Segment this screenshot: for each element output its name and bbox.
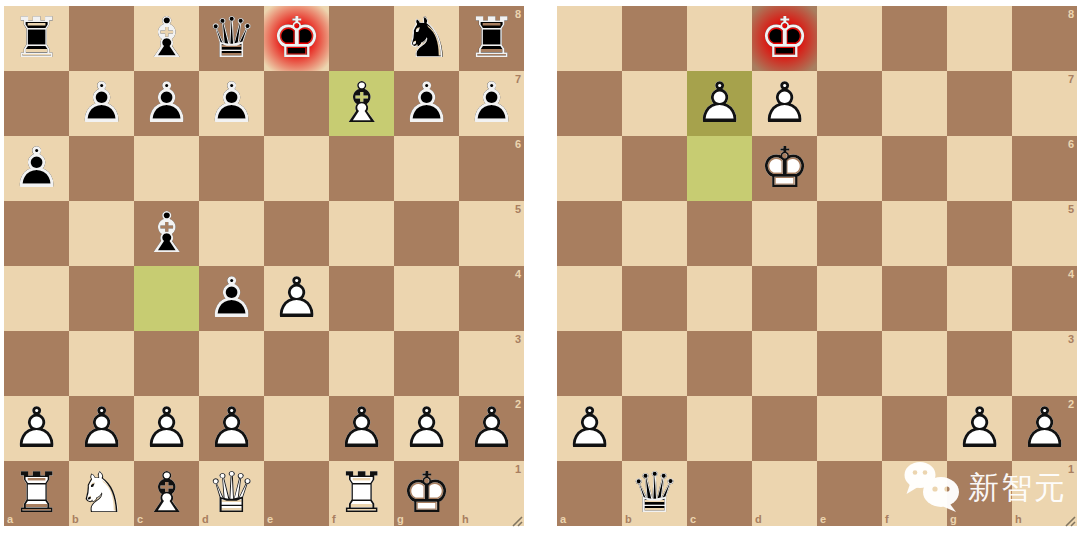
piece-white-pawn[interactable]: ♟♙ [329,396,394,461]
square-e2[interactable] [264,396,329,461]
piece-outline: ♙ [394,396,459,461]
square-a1[interactable]: a [557,461,622,526]
square-b1[interactable]: ♞♘b [69,461,134,526]
square-e6[interactable] [817,136,882,201]
square-h8[interactable]: 8 [1012,6,1077,71]
piece-black-king[interactable]: ♚♔ [264,6,329,71]
coord-rank-3: 3 [1068,333,1074,345]
piece-white-pawn[interactable]: ♟♙ [264,266,329,331]
piece-outline: ♙ [4,136,69,201]
square-f1[interactable]: ♜♖f [329,461,394,526]
coord-file-b: b [625,513,632,525]
square-c8[interactable]: ♝♗ [134,6,199,71]
square-c2[interactable] [687,396,752,461]
piece-outline: ♗ [134,6,199,71]
square-b8[interactable] [69,6,134,71]
square-b7[interactable] [622,71,687,136]
square-e4[interactable]: ♟♙ [264,266,329,331]
square-b5[interactable] [622,201,687,266]
piece-outline: ♙ [394,71,459,136]
square-d2[interactable]: ♟♙ [199,396,264,461]
square-b7[interactable]: ♟♙ [69,71,134,136]
square-b6[interactable] [69,136,134,201]
piece-white-pawn[interactable]: ♟♙ [69,396,134,461]
square-f7[interactable] [882,71,947,136]
square-f5[interactable] [882,201,947,266]
piece-white-pawn[interactable]: ♟♙ [394,396,459,461]
square-c1[interactable]: c [687,461,752,526]
coord-file-e: e [267,513,273,525]
square-e1[interactable]: e [817,461,882,526]
square-g2[interactable]: ♟♙ [394,396,459,461]
piece-black-bishop[interactable]: ♝♗ [134,6,199,71]
square-h2[interactable]: ♟♙2 [459,396,524,461]
square-a8[interactable] [557,6,622,71]
square-g2[interactable]: ♟♙ [947,396,1012,461]
piece-outline: ♙ [134,71,199,136]
square-b2[interactable] [622,396,687,461]
square-e7[interactable] [264,71,329,136]
square-a2[interactable]: ♟♙ [4,396,69,461]
square-b3[interactable] [622,331,687,396]
square-a3[interactable] [4,331,69,396]
chess-board-right: ♚♔8♟♙♟♙7♚♔6543♟♙♟♙♟♙2a♛♕bcdefg1h [557,6,1077,526]
square-f2[interactable] [882,396,947,461]
watermark-text: 新智元 [968,472,1067,503]
square-a4[interactable] [4,266,69,331]
square-g7[interactable] [947,71,1012,136]
coord-file-c: c [690,513,696,525]
square-c6[interactable] [134,136,199,201]
piece-outline: ♙ [69,71,134,136]
square-g3[interactable] [947,331,1012,396]
square-g6[interactable] [394,136,459,201]
coord-rank-8: 8 [515,8,521,20]
square-d5[interactable] [199,201,264,266]
coord-file-e: e [820,513,826,525]
piece-outline: ♗ [134,201,199,266]
piece-black-pawn[interactable]: ♟♙ [394,71,459,136]
chess-board-left: ♜♖♝♗♛♕♚♔♞♘♜♖8♟♙♟♙♟♙♝♗♟♙♟♙7♟♙6♝♗5♟♙♟♙43♟♙… [4,6,524,526]
square-c5[interactable] [687,201,752,266]
square-b4[interactable] [69,266,134,331]
square-c1[interactable]: ♝♗c [134,461,199,526]
square-a8[interactable]: ♜♖ [4,6,69,71]
piece-outline: ♙ [69,396,134,461]
piece-outline: ♕ [199,461,264,526]
square-h5[interactable]: 5 [459,201,524,266]
piece-outline: ♔ [752,6,817,71]
coord-file-g: g [950,513,957,525]
piece-white-pawn[interactable]: ♟♙ [199,396,264,461]
square-h2[interactable]: ♟♙2 [1012,396,1077,461]
piece-white-king[interactable]: ♚♔ [752,136,817,201]
square-a1[interactable]: ♜♖a [4,461,69,526]
square-b2[interactable]: ♟♙ [69,396,134,461]
coord-rank-5: 5 [1068,203,1074,215]
piece-black-bishop[interactable]: ♝♗ [134,201,199,266]
piece-black-pawn[interactable]: ♟♙ [69,71,134,136]
piece-white-king[interactable]: ♚♔ [394,461,459,526]
square-g1[interactable]: ♚♔g [394,461,459,526]
watermark: 新智元 [903,461,1067,513]
coord-rank-2: 2 [1068,398,1074,410]
coord-rank-1: 1 [515,463,521,475]
piece-outline: ♗ [329,71,394,136]
square-g5[interactable] [394,201,459,266]
piece-outline: ♙ [687,71,752,136]
square-d6[interactable]: ♚♔ [752,136,817,201]
square-h3[interactable]: 3 [459,331,524,396]
square-a7[interactable] [557,71,622,136]
square-f3[interactable] [329,331,394,396]
square-c4[interactable] [687,266,752,331]
square-d2[interactable] [752,396,817,461]
piece-black-knight[interactable]: ♞♘ [394,6,459,71]
coord-file-h: h [462,513,469,525]
coord-file-g: g [397,513,404,525]
square-h3[interactable]: 3 [1012,331,1077,396]
square-g4[interactable] [947,266,1012,331]
piece-outline: ♙ [329,396,394,461]
square-h4[interactable]: 4 [459,266,524,331]
square-h4[interactable]: 4 [1012,266,1077,331]
coord-rank-3: 3 [515,333,521,345]
square-g8[interactable] [947,6,1012,71]
square-d4[interactable] [752,266,817,331]
board-resize-handle[interactable] [511,513,523,525]
square-a7[interactable] [4,71,69,136]
piece-white-rook[interactable]: ♜♖ [329,461,394,526]
square-a4[interactable] [557,266,622,331]
coord-file-f: f [885,513,889,525]
square-g3[interactable] [394,331,459,396]
board-resize-handle[interactable] [1064,513,1076,525]
square-a3[interactable] [557,331,622,396]
square-d8[interactable]: ♚♔ [752,6,817,71]
square-e5[interactable] [817,201,882,266]
piece-white-bishop[interactable]: ♝♗ [329,71,394,136]
square-b3[interactable] [69,331,134,396]
square-h5[interactable]: 5 [1012,201,1077,266]
piece-outline: ♙ [264,266,329,331]
square-f8[interactable] [329,6,394,71]
piece-outline: ♖ [4,6,69,71]
coord-file-d: d [202,513,209,525]
square-f7[interactable]: ♝♗ [329,71,394,136]
piece-outline: ♖ [329,461,394,526]
piece-outline: ♙ [199,71,264,136]
coord-rank-2: 2 [515,398,521,410]
coord-file-f: f [332,513,336,525]
piece-outline: ♙ [199,396,264,461]
square-h1[interactable]: 1h [459,461,524,526]
coord-rank-7: 7 [515,73,521,85]
piece-outline: ♙ [4,396,69,461]
square-g5[interactable] [947,201,1012,266]
square-a5[interactable] [557,201,622,266]
coord-file-b: b [72,513,79,525]
square-c3[interactable] [687,331,752,396]
square-c4[interactable] [134,266,199,331]
piece-outline: ♔ [752,136,817,201]
piece-black-king[interactable]: ♚♔ [752,6,817,71]
square-c2[interactable]: ♟♙ [134,396,199,461]
square-d6[interactable] [199,136,264,201]
square-e2[interactable] [817,396,882,461]
piece-white-pawn[interactable]: ♟♙ [4,396,69,461]
coord-rank-8: 8 [1068,8,1074,20]
square-a6[interactable]: ♟♙ [4,136,69,201]
piece-black-pawn[interactable]: ♟♙ [4,136,69,201]
coord-rank-5: 5 [515,203,521,215]
square-f8[interactable] [882,6,947,71]
square-g4[interactable] [394,266,459,331]
square-a5[interactable] [4,201,69,266]
coord-file-a: a [560,513,566,525]
square-c5[interactable]: ♝♗ [134,201,199,266]
square-c8[interactable] [687,6,752,71]
coord-file-d: d [755,513,762,525]
square-d4[interactable]: ♟♙ [199,266,264,331]
square-c7[interactable]: ♟♙ [134,71,199,136]
square-b5[interactable] [69,201,134,266]
piece-white-pawn[interactable]: ♟♙ [947,396,1012,461]
square-e8[interactable]: ♚♔ [264,6,329,71]
square-h8[interactable]: ♜♖8 [459,6,524,71]
square-f6[interactable] [329,136,394,201]
square-e1[interactable]: e [264,461,329,526]
square-f6[interactable] [882,136,947,201]
square-e3[interactable] [817,331,882,396]
square-f4[interactable] [329,266,394,331]
square-g7[interactable]: ♟♙ [394,71,459,136]
piece-black-pawn[interactable]: ♟♙ [199,266,264,331]
square-e7[interactable] [817,71,882,136]
coord-rank-4: 4 [1068,268,1074,280]
piece-white-pawn[interactable]: ♟♙ [557,396,622,461]
coord-rank-1: 1 [1068,463,1074,475]
square-c3[interactable] [134,331,199,396]
square-b6[interactable] [622,136,687,201]
square-f2[interactable]: ♟♙ [329,396,394,461]
piece-white-rook[interactable]: ♜♖ [4,461,69,526]
piece-outline: ♗ [134,461,199,526]
square-g6[interactable] [947,136,1012,201]
square-c6[interactable] [687,136,752,201]
piece-white-pawn[interactable]: ♟♙ [752,71,817,136]
square-c7[interactable]: ♟♙ [687,71,752,136]
piece-white-queen[interactable]: ♛♕ [199,461,264,526]
piece-outline: ♙ [752,71,817,136]
piece-outline: ♖ [4,461,69,526]
square-f4[interactable] [882,266,947,331]
piece-outline: ♕ [199,6,264,71]
piece-white-pawn[interactable]: ♟♙ [134,396,199,461]
square-b1[interactable]: ♛♕b [622,461,687,526]
square-a6[interactable] [557,136,622,201]
square-e5[interactable] [264,201,329,266]
coord-rank-4: 4 [515,268,521,280]
piece-black-pawn[interactable]: ♟♙ [199,71,264,136]
piece-black-queen[interactable]: ♛♕ [199,6,264,71]
square-d8[interactable]: ♛♕ [199,6,264,71]
square-e6[interactable] [264,136,329,201]
piece-outline: ♙ [947,396,1012,461]
square-d1[interactable]: ♛♕d [199,461,264,526]
coord-file-a: a [7,513,13,525]
piece-outline: ♘ [394,6,459,71]
square-d1[interactable]: d [752,461,817,526]
piece-outline: ♔ [264,6,329,71]
square-h7[interactable]: ♟♙7 [459,71,524,136]
piece-outline: ♔ [394,461,459,526]
square-d7[interactable]: ♟♙ [199,71,264,136]
piece-outline: ♙ [199,266,264,331]
square-e8[interactable] [817,6,882,71]
piece-white-pawn[interactable]: ♟♙ [687,71,752,136]
piece-white-bishop[interactable]: ♝♗ [134,461,199,526]
square-h7[interactable]: 7 [1012,71,1077,136]
piece-black-pawn[interactable]: ♟♙ [134,71,199,136]
coord-rank-7: 7 [1068,73,1074,85]
square-g8[interactable]: ♞♘ [394,6,459,71]
square-d5[interactable] [752,201,817,266]
coord-file-c: c [137,513,143,525]
wechat-icon [903,461,961,513]
coord-file-h: h [1015,513,1022,525]
piece-black-rook[interactable]: ♜♖ [4,6,69,71]
square-h6[interactable]: 6 [459,136,524,201]
square-f3[interactable] [882,331,947,396]
square-e3[interactable] [264,331,329,396]
square-d3[interactable] [752,331,817,396]
coord-rank-6: 6 [515,138,521,150]
square-d7[interactable]: ♟♙ [752,71,817,136]
piece-outline: ♙ [557,396,622,461]
square-h6[interactable]: 6 [1012,136,1077,201]
square-e4[interactable] [817,266,882,331]
piece-outline: ♙ [134,396,199,461]
square-b8[interactable] [622,6,687,71]
square-d3[interactable] [199,331,264,396]
square-f5[interactable] [329,201,394,266]
square-b4[interactable] [622,266,687,331]
square-a2[interactable]: ♟♙ [557,396,622,461]
coord-rank-6: 6 [1068,138,1074,150]
